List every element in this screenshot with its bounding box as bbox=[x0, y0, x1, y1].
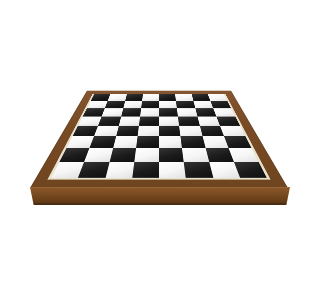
square-c5[interactable] bbox=[119, 116, 140, 125]
square-f6[interactable] bbox=[177, 108, 197, 116]
square-f2[interactable] bbox=[182, 148, 209, 162]
square-e8[interactable] bbox=[159, 94, 176, 101]
square-c4[interactable] bbox=[116, 126, 139, 136]
square-h4[interactable] bbox=[220, 126, 246, 136]
square-e5[interactable] bbox=[159, 116, 179, 125]
square-b3[interactable] bbox=[90, 136, 116, 148]
square-c8[interactable] bbox=[125, 94, 143, 101]
square-f8[interactable] bbox=[175, 94, 193, 101]
chessboard-frame bbox=[30, 91, 288, 188]
square-d2[interactable] bbox=[134, 148, 159, 162]
square-e7[interactable] bbox=[159, 101, 177, 108]
square-b5[interactable] bbox=[98, 116, 121, 125]
square-b6[interactable] bbox=[102, 108, 123, 116]
empty-chessboard-scene bbox=[0, 0, 318, 304]
square-d6[interactable] bbox=[140, 108, 159, 116]
square-h3[interactable] bbox=[224, 136, 252, 148]
square-d1[interactable] bbox=[132, 162, 159, 178]
square-h2[interactable] bbox=[228, 148, 258, 162]
board-front-edge bbox=[30, 187, 290, 205]
board-inner-border bbox=[47, 94, 270, 180]
square-f5[interactable] bbox=[178, 116, 199, 125]
square-h8[interactable] bbox=[208, 94, 228, 101]
square-d7[interactable] bbox=[141, 101, 159, 108]
square-b7[interactable] bbox=[105, 101, 125, 108]
square-b4[interactable] bbox=[94, 126, 118, 136]
square-d3[interactable] bbox=[136, 136, 159, 148]
square-e1[interactable] bbox=[159, 162, 186, 178]
square-c3[interactable] bbox=[113, 136, 138, 148]
square-f4[interactable] bbox=[179, 126, 202, 136]
square-c2[interactable] bbox=[109, 148, 136, 162]
square-e4[interactable] bbox=[159, 126, 181, 136]
square-e6[interactable] bbox=[159, 108, 178, 116]
square-h1[interactable] bbox=[234, 162, 267, 178]
square-d5[interactable] bbox=[139, 116, 159, 125]
square-b2[interactable] bbox=[84, 148, 112, 162]
square-c6[interactable] bbox=[121, 108, 141, 116]
square-d4[interactable] bbox=[137, 126, 159, 136]
square-d8[interactable] bbox=[142, 94, 159, 101]
square-b8[interactable] bbox=[108, 94, 127, 101]
board-grid bbox=[51, 94, 266, 177]
square-e2[interactable] bbox=[159, 148, 184, 162]
square-c1[interactable] bbox=[105, 162, 134, 178]
square-e3[interactable] bbox=[159, 136, 182, 148]
square-h6[interactable] bbox=[213, 108, 235, 116]
square-h5[interactable] bbox=[216, 116, 240, 125]
square-h7[interactable] bbox=[210, 101, 231, 108]
square-f3[interactable] bbox=[181, 136, 206, 148]
square-f7[interactable] bbox=[176, 101, 195, 108]
square-c7[interactable] bbox=[123, 101, 142, 108]
